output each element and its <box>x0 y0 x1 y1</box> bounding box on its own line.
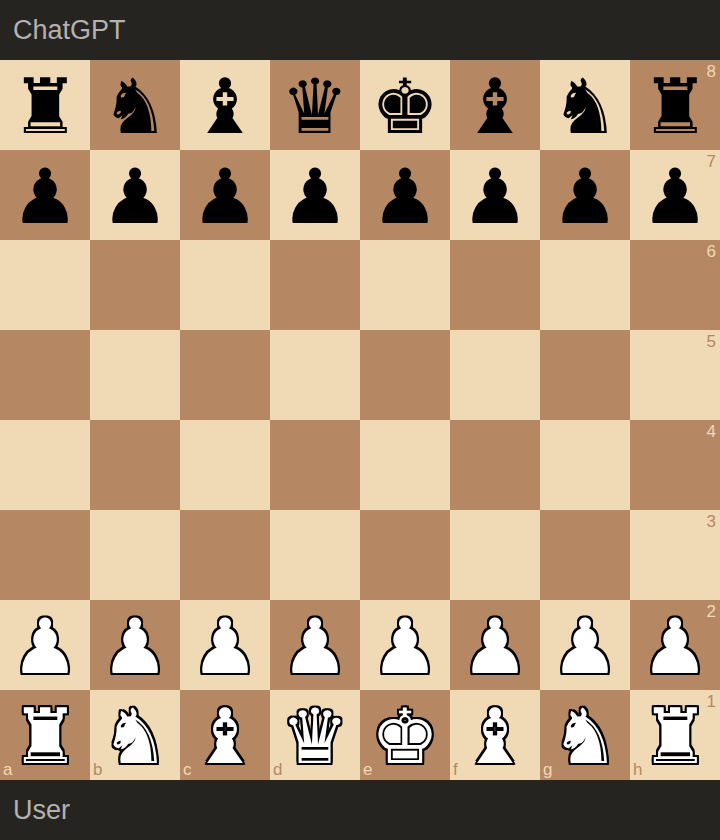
square-e4[interactable] <box>360 420 450 510</box>
square-c8[interactable]: ♝ <box>180 60 270 150</box>
square-b1[interactable]: ♞b <box>90 690 180 780</box>
white-pawn-d2[interactable]: ♟ <box>270 602 360 692</box>
chatgpt-bar: ChatGPT <box>0 0 720 60</box>
square-h5[interactable]: 5 <box>630 330 720 420</box>
square-b5[interactable] <box>90 330 180 420</box>
square-c7[interactable]: ♟ <box>180 150 270 240</box>
white-pawn-h2[interactable]: ♟ <box>630 602 720 692</box>
square-e3[interactable] <box>360 510 450 600</box>
white-rook-a1[interactable]: ♜ <box>0 692 90 782</box>
square-c6[interactable] <box>180 240 270 330</box>
white-rook-h1[interactable]: ♜ <box>630 692 720 782</box>
square-h3[interactable]: 3 <box>630 510 720 600</box>
square-a5[interactable] <box>0 330 90 420</box>
square-f6[interactable] <box>450 240 540 330</box>
square-d3[interactable] <box>270 510 360 600</box>
square-h2[interactable]: ♟2 <box>630 600 720 690</box>
chatgpt-label: ChatGPT <box>13 17 126 44</box>
black-knight-g8[interactable]: ♞ <box>540 62 630 152</box>
square-f3[interactable] <box>450 510 540 600</box>
user-label: User <box>13 797 70 824</box>
square-b4[interactable] <box>90 420 180 510</box>
rank-label-6: 6 <box>707 243 716 260</box>
square-f7[interactable]: ♟ <box>450 150 540 240</box>
square-c3[interactable] <box>180 510 270 600</box>
user-bar: User <box>0 780 720 840</box>
rank-label-4: 4 <box>707 423 716 440</box>
black-knight-b8[interactable]: ♞ <box>90 62 180 152</box>
white-bishop-f1[interactable]: ♝ <box>450 692 540 782</box>
square-a7[interactable]: ♟ <box>0 150 90 240</box>
square-a1[interactable]: ♜a <box>0 690 90 780</box>
square-a6[interactable] <box>0 240 90 330</box>
square-b7[interactable]: ♟ <box>90 150 180 240</box>
square-b3[interactable] <box>90 510 180 600</box>
white-pawn-f2[interactable]: ♟ <box>450 602 540 692</box>
white-pawn-b2[interactable]: ♟ <box>90 602 180 692</box>
white-knight-g1[interactable]: ♞ <box>540 692 630 782</box>
black-king-e8[interactable]: ♚ <box>360 62 450 152</box>
square-d5[interactable] <box>270 330 360 420</box>
square-b8[interactable]: ♞ <box>90 60 180 150</box>
square-g6[interactable] <box>540 240 630 330</box>
square-h1[interactable]: ♜1h <box>630 690 720 780</box>
square-c5[interactable] <box>180 330 270 420</box>
square-g4[interactable] <box>540 420 630 510</box>
black-pawn-h7[interactable]: ♟ <box>630 152 720 242</box>
square-g1[interactable]: ♞g <box>540 690 630 780</box>
square-h7[interactable]: ♟7 <box>630 150 720 240</box>
square-c4[interactable] <box>180 420 270 510</box>
square-c2[interactable]: ♟ <box>180 600 270 690</box>
square-h6[interactable]: 6 <box>630 240 720 330</box>
square-a2[interactable]: ♟ <box>0 600 90 690</box>
square-d1[interactable]: ♛d <box>270 690 360 780</box>
black-pawn-g7[interactable]: ♟ <box>540 152 630 242</box>
square-f1[interactable]: ♝f <box>450 690 540 780</box>
square-g3[interactable] <box>540 510 630 600</box>
white-pawn-e2[interactable]: ♟ <box>360 602 450 692</box>
square-e6[interactable] <box>360 240 450 330</box>
square-g7[interactable]: ♟ <box>540 150 630 240</box>
black-queen-d8[interactable]: ♛ <box>270 62 360 152</box>
black-pawn-f7[interactable]: ♟ <box>450 152 540 242</box>
square-g5[interactable] <box>540 330 630 420</box>
white-queen-d1[interactable]: ♛ <box>270 692 360 782</box>
square-g8[interactable]: ♞ <box>540 60 630 150</box>
white-pawn-g2[interactable]: ♟ <box>540 602 630 692</box>
white-pawn-c2[interactable]: ♟ <box>180 602 270 692</box>
square-e2[interactable]: ♟ <box>360 600 450 690</box>
square-a8[interactable]: ♜ <box>0 60 90 150</box>
black-pawn-a7[interactable]: ♟ <box>0 152 90 242</box>
square-f2[interactable]: ♟ <box>450 600 540 690</box>
square-c1[interactable]: ♝c <box>180 690 270 780</box>
square-a4[interactable] <box>0 420 90 510</box>
rank-label-5: 5 <box>707 333 716 350</box>
square-d8[interactable]: ♛ <box>270 60 360 150</box>
white-king-e1[interactable]: ♚ <box>360 692 450 782</box>
square-d6[interactable] <box>270 240 360 330</box>
square-e1[interactable]: ♚e <box>360 690 450 780</box>
square-e8[interactable]: ♚ <box>360 60 450 150</box>
black-pawn-d7[interactable]: ♟ <box>270 152 360 242</box>
black-rook-h8[interactable]: ♜ <box>630 62 720 152</box>
square-d7[interactable]: ♟ <box>270 150 360 240</box>
black-bishop-f8[interactable]: ♝ <box>450 62 540 152</box>
chess-board: ♜♞♝♛♚♝♞♜8♟♟♟♟♟♟♟♟76543♟♟♟♟♟♟♟♟2♜a♞b♝c♛d♚… <box>0 60 720 780</box>
black-bishop-c8[interactable]: ♝ <box>180 62 270 152</box>
square-f5[interactable] <box>450 330 540 420</box>
square-f8[interactable]: ♝ <box>450 60 540 150</box>
square-b2[interactable]: ♟ <box>90 600 180 690</box>
square-f4[interactable] <box>450 420 540 510</box>
rank-label-3: 3 <box>707 513 716 530</box>
black-rook-a8[interactable]: ♜ <box>0 62 90 152</box>
square-b6[interactable] <box>90 240 180 330</box>
square-e7[interactable]: ♟ <box>360 150 450 240</box>
black-pawn-b7[interactable]: ♟ <box>90 152 180 242</box>
square-g2[interactable]: ♟ <box>540 600 630 690</box>
square-d2[interactable]: ♟ <box>270 600 360 690</box>
black-pawn-c7[interactable]: ♟ <box>180 152 270 242</box>
white-bishop-c1[interactable]: ♝ <box>180 692 270 782</box>
white-pawn-a2[interactable]: ♟ <box>0 602 90 692</box>
square-e5[interactable] <box>360 330 450 420</box>
square-a3[interactable] <box>0 510 90 600</box>
white-knight-b1[interactable]: ♞ <box>90 692 180 782</box>
black-pawn-e7[interactable]: ♟ <box>360 152 450 242</box>
square-d4[interactable] <box>270 420 360 510</box>
square-h4[interactable]: 4 <box>630 420 720 510</box>
square-h8[interactable]: ♜8 <box>630 60 720 150</box>
